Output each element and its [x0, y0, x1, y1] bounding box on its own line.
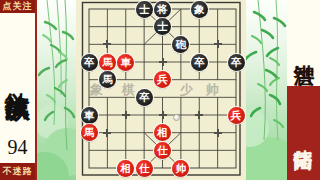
video-title: 欲擒故纵: [0, 15, 35, 137]
piece-black-卒[interactable]: 卒: [191, 54, 208, 71]
xiangqi-board[interactable]: 象棋 少帅 士将象士砲卒馬車卒卒馬兵卒車兵馬相仕相仕帅: [76, 0, 246, 180]
board-point-marker: [122, 111, 130, 119]
subscribe-banner: 点关注: [0, 0, 35, 13]
piece-red-兵[interactable]: 兵: [228, 107, 245, 124]
piece-red-相[interactable]: 相: [117, 160, 134, 177]
piece-black-卒[interactable]: 卒: [81, 54, 98, 71]
player-name-bottom: 陆伟韬: [287, 93, 320, 177]
piece-red-仕[interactable]: 仕: [154, 142, 171, 159]
willow-decoration-right: [246, 0, 287, 180]
piece-red-車[interactable]: 車: [117, 54, 134, 71]
right-panel: 洪智 陆伟韬: [287, 0, 320, 180]
board-point-marker: [195, 111, 203, 119]
piece-red-仕[interactable]: 仕: [136, 160, 153, 177]
piece-black-将[interactable]: 将: [154, 1, 171, 18]
board-point-marker: [103, 129, 111, 137]
board-point-marker: [214, 40, 222, 48]
piece-red-馬[interactable]: 馬: [81, 124, 98, 141]
episode-number: 94: [0, 136, 35, 159]
board-point-marker: [214, 129, 222, 137]
piece-red-馬[interactable]: 馬: [99, 54, 116, 71]
board-point-marker: [159, 58, 167, 66]
follow-banner: 不迷路: [0, 163, 35, 180]
thumbnail: 点关注 欲擒故纵 94 不迷路: [0, 0, 320, 180]
player-name-block: 陆伟韬: [287, 86, 320, 180]
piece-black-象[interactable]: 象: [191, 1, 208, 18]
willow-left-art: [37, 0, 76, 180]
piece-black-卒[interactable]: 卒: [136, 89, 153, 106]
piece-black-馬[interactable]: 馬: [99, 71, 116, 88]
piece-red-帅[interactable]: 帅: [172, 160, 189, 177]
willow-right-art: [246, 0, 287, 180]
player-name-top: 洪智: [287, 13, 320, 83]
piece-black-車[interactable]: 車: [81, 107, 98, 124]
watermark-ball-icon: [173, 114, 180, 121]
willow-decoration-left: [37, 0, 76, 180]
board-point-marker: [103, 40, 111, 48]
left-panel: 点关注 欲擒故纵 94 不迷路: [0, 0, 37, 180]
board-point-marker: [159, 111, 167, 119]
piece-black-卒[interactable]: 卒: [228, 54, 245, 71]
piece-black-士[interactable]: 士: [136, 1, 153, 18]
